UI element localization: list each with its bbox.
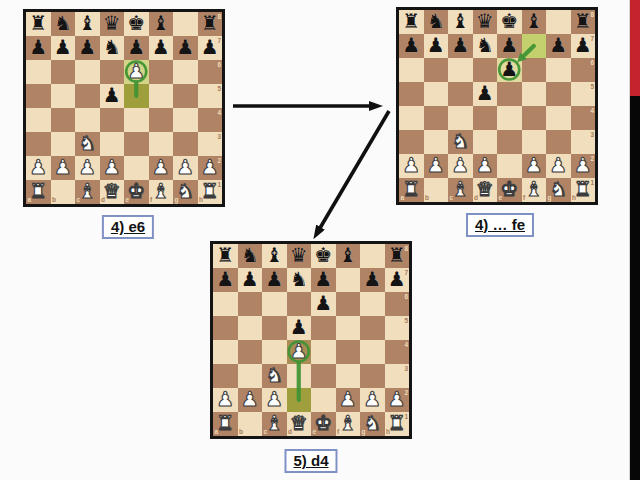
square-a5 [213,316,238,340]
square-g1: ♞g [360,412,385,436]
square-g7: ♟ [360,268,385,292]
board-block-after-4-e6: ♜♞♝♛♚♝♜8♟♟♟♞♟♟♟♟7♟6♟54♞3♟♟♟♟♟♟♟2♜ab♝c♛d♚… [23,9,225,207]
square-e1: ♚e [124,180,149,204]
square-h7: ♟7 [198,36,223,60]
piece-white-queen-d1: ♛ [287,412,312,436]
square-e2 [124,156,149,180]
square-h3: 3 [198,132,223,156]
square-h2: ♟2 [385,388,410,412]
square-e6: ♟ [311,292,336,316]
square-c8: ♝ [448,10,473,34]
square-e3 [311,364,336,388]
piece-black-king-e8: ♚ [311,244,336,268]
square-e4 [497,106,522,130]
square-e7: ♟ [497,34,522,58]
piece-white-knight-g1: ♞ [173,180,198,204]
piece-black-pawn-c7: ♟ [262,268,287,292]
rank-coordinate: 6 [217,61,221,68]
square-g1: ♞g [546,178,571,202]
square-g6 [360,292,385,316]
square-e6: ♟ [124,60,149,84]
piece-white-king-e1: ♚ [311,412,336,436]
square-b4 [51,108,76,132]
square-h4: 4 [571,106,596,130]
square-d8: ♛ [287,244,312,268]
piece-white-rook-a1: ♜ [213,412,238,436]
square-g6 [546,58,571,82]
square-d4 [473,106,498,130]
board-block-after-5-d4: ♜♞♝♛♚♝♜8♟♟♟♞♟♟♟7♟6♟5♟4♞3♟♟♟♟♟♟2♜ab♝c♛d♚e… [210,241,412,439]
square-a1: ♜a [399,178,424,202]
square-g2: ♟ [173,156,198,180]
square-e5 [311,316,336,340]
piece-white-knight-g1: ♞ [360,412,385,436]
square-e8: ♚ [124,12,149,36]
square-f8: ♝ [336,244,361,268]
square-c6 [448,58,473,82]
square-h7: ♟7 [385,268,410,292]
square-f5 [149,84,174,108]
piece-black-rook-h8: ♜ [385,244,410,268]
piece-white-bishop-c1: ♝ [75,180,100,204]
square-d5: ♟ [287,316,312,340]
square-c6 [75,60,100,84]
piece-white-pawn-g2: ♟ [173,156,198,180]
piece-black-pawn-h7: ♟ [571,34,596,58]
square-h3: 3 [571,130,596,154]
square-b5 [238,316,263,340]
square-g3 [173,132,198,156]
square-e2 [311,388,336,412]
square-h2: ♟2 [198,156,223,180]
rank-coordinate: 5 [590,83,594,90]
piece-black-bishop-c8: ♝ [448,10,473,34]
square-b3 [238,364,263,388]
piece-white-king-e1: ♚ [497,178,522,202]
piece-white-pawn-d4: ♟ [287,340,312,364]
square-a8: ♜ [213,244,238,268]
piece-black-knight-b8: ♞ [424,10,449,34]
square-f6 [149,60,174,84]
square-b7: ♟ [424,34,449,58]
piece-black-pawn-e7: ♟ [497,34,522,58]
square-a3 [26,132,51,156]
piece-black-pawn-d5: ♟ [287,316,312,340]
square-c4 [75,108,100,132]
square-f3 [149,132,174,156]
square-g3 [360,364,385,388]
piece-white-rook-h1: ♜ [198,180,223,204]
piece-white-pawn-g2: ♟ [546,154,571,178]
square-h8: ♜8 [571,10,596,34]
square-h8: ♜8 [385,244,410,268]
piece-black-rook-a8: ♜ [399,10,424,34]
piece-black-bishop-f8: ♝ [522,10,547,34]
piece-white-pawn-h2: ♟ [385,388,410,412]
square-b3 [51,132,76,156]
square-b6 [238,292,263,316]
square-a1: ♜a [26,180,51,204]
piece-white-rook-h1: ♜ [571,178,596,202]
square-g8 [546,10,571,34]
chess-board-1: ♜♞♝♛♚♝♜8♟♟♟♞♟♟♟♟7♟6♟54♞3♟♟♟♟♟♟♟2♜ab♝c♛d♚… [23,9,225,207]
rank-coordinate: 3 [217,133,221,140]
piece-black-pawn-b7: ♟ [238,268,263,292]
piece-black-king-e8: ♚ [497,10,522,34]
square-a2: ♟ [26,156,51,180]
square-a6 [26,60,51,84]
rank-coordinate: 5 [217,85,221,92]
square-f5 [336,316,361,340]
piece-white-bishop-f1: ♝ [336,412,361,436]
square-h1: ♜1h [571,178,596,202]
piece-white-pawn-a2: ♟ [213,388,238,412]
piece-black-bishop-c8: ♝ [262,244,287,268]
square-f3 [336,364,361,388]
square-g4 [546,106,571,130]
square-g2: ♟ [546,154,571,178]
square-h6: 6 [571,58,596,82]
square-b4 [238,340,263,364]
square-f3 [522,130,547,154]
square-b1: b [424,178,449,202]
piece-black-pawn-e6: ♟ [311,292,336,316]
square-d2: ♟ [100,156,125,180]
square-f7: ♟ [149,36,174,60]
square-e3 [124,132,149,156]
piece-white-knight-c3: ♞ [262,364,287,388]
square-d6 [473,58,498,82]
square-c3: ♞ [262,364,287,388]
accent-stripe-red [630,0,640,96]
piece-white-pawn-a2: ♟ [26,156,51,180]
file-coordinate: b [239,428,243,435]
square-b5 [51,84,76,108]
square-h6: 6 [385,292,410,316]
square-e7: ♟ [311,268,336,292]
piece-black-pawn-e7: ♟ [311,268,336,292]
piece-white-queen-d1: ♛ [473,178,498,202]
square-c7: ♟ [262,268,287,292]
square-d6 [100,60,125,84]
piece-black-pawn-c7: ♟ [448,34,473,58]
piece-white-bishop-c1: ♝ [448,178,473,202]
square-g8 [173,12,198,36]
piece-black-bishop-c8: ♝ [75,12,100,36]
square-b6 [51,60,76,84]
square-f6 [522,58,547,82]
square-h5: 5 [198,84,223,108]
square-b7: ♟ [238,268,263,292]
square-e8: ♚ [497,10,522,34]
square-h1: ♜1h [198,180,223,204]
square-g5 [173,84,198,108]
square-d7: ♞ [287,268,312,292]
square-h2: ♟2 [571,154,596,178]
piece-black-knight-b8: ♞ [51,12,76,36]
square-f1: ♝f [522,178,547,202]
square-c1: ♝c [262,412,287,436]
square-b5 [424,82,449,106]
piece-white-rook-a1: ♜ [399,178,424,202]
piece-black-pawn-g7: ♟ [546,34,571,58]
square-h3: 3 [385,364,410,388]
square-g2: ♟ [360,388,385,412]
square-c2: ♟ [448,154,473,178]
piece-white-bishop-f1: ♝ [149,180,174,204]
piece-white-pawn-b2: ♟ [424,154,449,178]
square-d7: ♞ [100,36,125,60]
square-f6 [336,292,361,316]
square-d4: ♟ [287,340,312,364]
square-b7: ♟ [51,36,76,60]
square-c1: ♝c [75,180,100,204]
square-f8: ♝ [149,12,174,36]
piece-black-knight-d7: ♞ [287,268,312,292]
piece-white-pawn-g2: ♟ [360,388,385,412]
piece-white-pawn-e6: ♟ [124,60,149,84]
square-h4: 4 [385,340,410,364]
square-f7 [522,34,547,58]
piece-white-pawn-h2: ♟ [571,154,596,178]
square-b8: ♞ [51,12,76,36]
piece-black-knight-b8: ♞ [238,244,263,268]
square-f7 [336,268,361,292]
square-b1: b [51,180,76,204]
square-h7: ♟7 [571,34,596,58]
piece-black-pawn-a7: ♟ [213,268,238,292]
square-h5: 5 [571,82,596,106]
piece-white-knight-c3: ♞ [75,132,100,156]
square-g3 [546,130,571,154]
square-b2: ♟ [238,388,263,412]
move-label-4-fxe6: 4) … fe [466,213,534,237]
piece-black-pawn-h7: ♟ [198,36,223,60]
square-e2 [497,154,522,178]
square-f4 [149,108,174,132]
piece-black-pawn-b7: ♟ [51,36,76,60]
piece-black-pawn-c7: ♟ [75,36,100,60]
piece-white-pawn-c2: ♟ [448,154,473,178]
piece-white-pawn-d2: ♟ [100,156,125,180]
chess-board-2: ♜♞♝♛♚♝♜8♟♟♟♞♟♟♟7♟6♟54♞3♟♟♟♟♟♟♟2♜ab♝c♛d♚e… [396,7,598,205]
piece-white-pawn-d2: ♟ [473,154,498,178]
square-c3: ♞ [448,130,473,154]
square-g4 [173,108,198,132]
square-f1: ♝f [336,412,361,436]
square-c5 [262,316,287,340]
square-b2: ♟ [51,156,76,180]
piece-white-bishop-c1: ♝ [262,412,287,436]
square-g5 [360,316,385,340]
square-c7: ♟ [448,34,473,58]
square-d5: ♟ [473,82,498,106]
piece-black-pawn-a7: ♟ [399,34,424,58]
square-b1: b [238,412,263,436]
piece-black-pawn-e6: ♟ [497,58,522,82]
piece-black-queen-d8: ♛ [473,10,498,34]
piece-white-pawn-c2: ♟ [75,156,100,180]
square-d4 [100,108,125,132]
square-a6 [213,292,238,316]
square-f1: ♝f [149,180,174,204]
square-f2: ♟ [522,154,547,178]
square-d3 [473,130,498,154]
piece-black-pawn-b7: ♟ [424,34,449,58]
square-d7: ♞ [473,34,498,58]
square-b6 [424,58,449,82]
square-b3 [424,130,449,154]
square-c2: ♟ [75,156,100,180]
piece-white-rook-a1: ♜ [26,180,51,204]
piece-black-queen-d8: ♛ [100,12,125,36]
square-a5 [26,84,51,108]
square-e1: ♚e [311,412,336,436]
square-a4 [399,106,424,130]
piece-black-pawn-a7: ♟ [26,36,51,60]
piece-white-pawn-b2: ♟ [238,388,263,412]
square-d8: ♛ [473,10,498,34]
square-d1: ♛d [287,412,312,436]
square-d3 [287,364,312,388]
square-c2: ♟ [262,388,287,412]
square-b8: ♞ [424,10,449,34]
square-h8: ♜8 [198,12,223,36]
move-label-4-e6: 4) e6 [102,215,154,239]
square-e3 [497,130,522,154]
piece-black-rook-a8: ♜ [213,244,238,268]
piece-black-bishop-f8: ♝ [149,12,174,36]
piece-black-rook-h8: ♜ [198,12,223,36]
square-a8: ♜ [399,10,424,34]
piece-black-bishop-f8: ♝ [336,244,361,268]
square-a7: ♟ [399,34,424,58]
square-g8 [360,244,385,268]
square-g7: ♟ [546,34,571,58]
square-e5 [124,84,149,108]
square-a4 [26,108,51,132]
square-g4 [360,340,385,364]
piece-white-pawn-f2: ♟ [149,156,174,180]
piece-black-pawn-d5: ♟ [100,84,125,108]
piece-white-pawn-f2: ♟ [336,388,361,412]
square-a7: ♟ [26,36,51,60]
square-c4 [262,340,287,364]
piece-white-queen-d1: ♛ [100,180,125,204]
square-g1: ♞g [173,180,198,204]
square-c4 [448,106,473,130]
square-a6 [399,58,424,82]
square-f2: ♟ [336,388,361,412]
piece-white-pawn-h2: ♟ [198,156,223,180]
piece-black-queen-d8: ♛ [287,244,312,268]
piece-black-pawn-g7: ♟ [173,36,198,60]
square-d6 [287,292,312,316]
square-c5 [75,84,100,108]
square-a7: ♟ [213,268,238,292]
square-e1: ♚e [497,178,522,202]
square-f2: ♟ [149,156,174,180]
square-a2: ♟ [213,388,238,412]
rank-coordinate: 4 [217,109,221,116]
square-e8: ♚ [311,244,336,268]
piece-black-pawn-g7: ♟ [360,268,385,292]
square-c7: ♟ [75,36,100,60]
piece-black-knight-d7: ♞ [100,36,125,60]
rank-coordinate: 6 [590,59,594,66]
square-e4 [311,340,336,364]
square-a8: ♜ [26,12,51,36]
square-f5 [522,82,547,106]
piece-white-pawn-a2: ♟ [399,154,424,178]
slide: ♜♞♝♛♚♝♜8♟♟♟♞♟♟♟♟7♟6♟54♞3♟♟♟♟♟♟♟2♜ab♝c♛d♚… [0,0,640,480]
square-d3 [100,132,125,156]
piece-white-bishop-f1: ♝ [522,178,547,202]
piece-black-knight-d7: ♞ [473,34,498,58]
piece-black-pawn-f7: ♟ [149,36,174,60]
square-d5: ♟ [100,84,125,108]
square-c1: ♝c [448,178,473,202]
file-coordinate: b [425,194,429,201]
arrow-board2-to-board3 [320,111,389,228]
chess-board-3: ♜♞♝♛♚♝♜8♟♟♟♞♟♟♟7♟6♟5♟4♞3♟♟♟♟♟♟2♜ab♝c♛d♚e… [210,241,412,439]
square-e6: ♟ [497,58,522,82]
move-label-5-d4: 5) d4 [284,449,337,473]
rank-coordinate: 4 [590,107,594,114]
square-f4 [522,106,547,130]
square-a3 [399,130,424,154]
rank-coordinate: 4 [404,341,408,348]
rank-coordinate: 3 [404,365,408,372]
square-a2: ♟ [399,154,424,178]
piece-black-rook-h8: ♜ [571,10,596,34]
square-h5: 5 [385,316,410,340]
piece-black-king-e8: ♚ [124,12,149,36]
square-h6: 6 [198,60,223,84]
piece-white-pawn-b2: ♟ [51,156,76,180]
piece-black-pawn-d5: ♟ [473,82,498,106]
square-d2: ♟ [473,154,498,178]
piece-white-knight-g1: ♞ [546,178,571,202]
rank-coordinate: 5 [404,317,408,324]
square-g5 [546,82,571,106]
piece-white-rook-h1: ♜ [385,412,410,436]
piece-white-pawn-f2: ♟ [522,154,547,178]
square-f4 [336,340,361,364]
square-b8: ♞ [238,244,263,268]
square-c8: ♝ [262,244,287,268]
square-f8: ♝ [522,10,547,34]
file-coordinate: b [52,196,56,203]
square-c3: ♞ [75,132,100,156]
rank-coordinate: 3 [590,131,594,138]
square-c6 [262,292,287,316]
square-c8: ♝ [75,12,100,36]
accent-stripe [629,0,640,480]
piece-black-pawn-e7: ♟ [124,36,149,60]
square-d1: ♛d [473,178,498,202]
piece-black-pawn-h7: ♟ [385,268,410,292]
square-c5 [448,82,473,106]
rank-coordinate: 6 [404,293,408,300]
piece-white-king-e1: ♚ [124,180,149,204]
square-e5 [497,82,522,106]
square-a1: ♜a [213,412,238,436]
board-block-after-4-fxe6: ♜♞♝♛♚♝♜8♟♟♟♞♟♟♟7♟6♟54♞3♟♟♟♟♟♟♟2♜ab♝c♛d♚e… [396,7,598,205]
square-g7: ♟ [173,36,198,60]
square-h4: 4 [198,108,223,132]
piece-white-pawn-c2: ♟ [262,388,287,412]
